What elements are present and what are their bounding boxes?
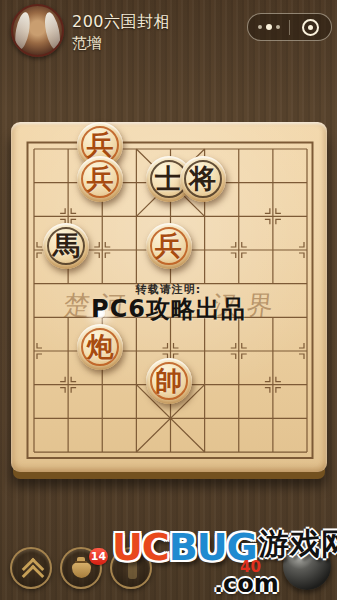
piece-red-兵[interactable]: 兵 [146,223,192,269]
more-dots-icon [258,25,262,29]
wechat-capsule [247,13,332,41]
piece-character: 兵 [77,156,123,202]
piece-character: 兵 [146,223,192,269]
site-watermark-logo: UCBUG游戏网 40 .com [112,524,337,600]
player-avatar [11,4,64,57]
piece-character: 将 [180,156,226,202]
close-button[interactable] [290,14,331,40]
logo-number: 40 [240,558,261,576]
money-bag-icon [72,562,91,578]
piece-character: 馬 [43,223,89,269]
piece-red-兵[interactable]: 兵 [77,156,123,202]
rewards-badge: 14 [89,548,108,565]
level-title: 200六国封相 [72,12,170,33]
rewards-button[interactable]: 14 [60,547,102,589]
player-name: 范增 [72,34,102,53]
more-dots-icon [276,25,280,29]
piece-red-炮[interactable]: 炮 [77,324,123,370]
piece-red-帥[interactable]: 帥 [146,358,192,404]
watermark-source: PC6攻略出品 [0,293,337,325]
piece-black-将[interactable]: 将 [180,156,226,202]
site-logo-text: UCBUG游戏网 [112,524,337,569]
logo-uc: UC [112,525,169,569]
circle-dot-icon [302,19,319,36]
more-button[interactable] [248,14,289,40]
more-dots-icon [266,24,272,30]
logo-site: 游戏网 [259,524,337,565]
piece-character: 帥 [146,358,192,404]
piece-character: 炮 [77,324,123,370]
piece-black-馬[interactable]: 馬 [43,223,89,269]
collapse-button[interactable] [10,547,52,589]
